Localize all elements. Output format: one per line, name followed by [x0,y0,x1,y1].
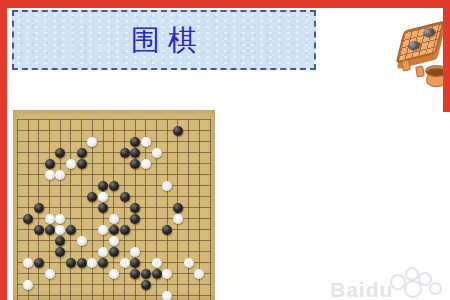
slide-frame-left [0,0,7,300]
black-stone [130,269,140,279]
white-stone [141,159,151,169]
white-stone [184,258,194,268]
black-stone [109,181,119,191]
white-stone [162,181,172,191]
black-stone [66,258,76,268]
black-stone [34,258,44,268]
white-stone [55,170,65,180]
watermark-circle [429,282,442,295]
white-stone [152,148,162,158]
white-stone [87,258,97,268]
white-stone [162,269,172,279]
black-stone [34,203,44,213]
white-stone [23,258,33,268]
white-stone [141,137,151,147]
watermark-text: Baidu [330,278,393,300]
black-stone [173,126,183,136]
white-stone [66,159,76,169]
black-stone [55,236,65,246]
black-stone [55,247,65,257]
white-stone [194,269,204,279]
black-stone [173,203,183,213]
white-stone [23,280,33,290]
black-stone [130,258,140,268]
watermark-circle [405,267,419,281]
black-stone [141,280,151,290]
white-stone [98,192,108,202]
watermark-circle [404,280,422,298]
slide-frame-top [0,0,450,8]
black-stone [109,225,119,235]
white-stone [77,236,87,246]
black-stone [130,214,140,224]
black-stone [130,203,140,213]
black-stone [66,225,76,235]
black-stone [77,258,87,268]
black-stone [120,148,130,158]
white-stone [162,291,172,300]
white-stone [109,269,119,279]
go-board-photo [13,110,215,300]
title-box: 围棋 [12,10,316,70]
white-stone [45,170,55,180]
black-stone [77,159,87,169]
white-stone [120,258,130,268]
black-stone [141,269,151,279]
black-stone [45,159,55,169]
white-stone [55,225,65,235]
black-stone [34,225,44,235]
black-stone [130,137,140,147]
white-stone [109,214,119,224]
black-stone [120,225,130,235]
white-stone [45,214,55,224]
black-stone [98,258,108,268]
white-stone [55,214,65,224]
page-title: 围棋 [123,26,205,55]
white-stone [45,269,55,279]
black-stone [98,203,108,213]
black-stone [130,148,140,158]
black-stone [23,214,33,224]
white-stone [173,214,183,224]
white-stone [87,137,97,147]
white-stone [98,247,108,257]
black-stone [55,148,65,158]
clipart-board-leg [415,65,425,77]
white-stone [152,258,162,268]
slide-frame-right [443,0,450,112]
white-stone [109,236,119,246]
white-stone [130,247,140,257]
black-stone [152,269,162,279]
black-stone [162,225,172,235]
black-stone [45,225,55,235]
black-stone [109,247,119,257]
black-stone [98,181,108,191]
watermark: Baidu [330,264,450,300]
black-stone [130,159,140,169]
black-stone [77,148,87,158]
white-stone [98,225,108,235]
black-stone [120,192,130,202]
black-stone [87,192,97,202]
clipart-board-leg [401,59,411,71]
